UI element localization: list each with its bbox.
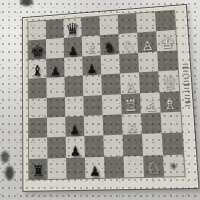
square-b5[interactable]: ♗ xyxy=(82,36,101,57)
square-e3[interactable]: ♖ xyxy=(121,93,141,114)
black-bishop-c8[interactable]: ♝ xyxy=(31,64,44,79)
square-c8[interactable]: ♝ xyxy=(29,59,47,79)
square-c4[interactable] xyxy=(101,54,120,75)
square-h6[interactable] xyxy=(66,157,85,179)
square-c7[interactable]: ♟ xyxy=(46,57,64,77)
square-c2[interactable] xyxy=(138,51,158,72)
board-frame: ♛♚♟♗♞♘♙♔♝♟♟♙♕♖♙♗♟♙♟♜♟♘◈ xyxy=(22,4,200,192)
table-smudge xyxy=(1,151,9,163)
square-a7[interactable] xyxy=(46,19,64,39)
square-a2[interactable] xyxy=(136,12,156,33)
square-f1[interactable] xyxy=(161,112,182,134)
square-g5[interactable] xyxy=(84,136,104,157)
square-e4[interactable] xyxy=(102,94,122,115)
border-brand-markings xyxy=(182,64,190,107)
square-g4[interactable] xyxy=(103,135,123,157)
chessboard-photo: ♛♚♟♗♞♘♙♔♝♟♟♙♕♖♙♗♟♙♟♜♟♘◈ xyxy=(0,0,200,200)
square-e2[interactable]: ♙ xyxy=(140,92,161,114)
white-bishop-e1[interactable]: ♗ xyxy=(163,96,178,112)
square-d6[interactable] xyxy=(64,76,83,97)
white-queen-d1[interactable]: ♕ xyxy=(160,74,177,92)
black-pawn-b6[interactable]: ♟ xyxy=(67,44,78,57)
black-pawn-g6[interactable]: ♟ xyxy=(69,144,81,158)
black-knight-b4[interactable]: ♞ xyxy=(103,40,117,55)
square-g2[interactable] xyxy=(142,133,163,155)
square-f4[interactable] xyxy=(103,114,123,135)
square-a5[interactable] xyxy=(81,17,100,37)
square-d1[interactable]: ♕ xyxy=(158,70,179,91)
white-knight-b3[interactable]: ♘ xyxy=(121,38,135,53)
square-h8[interactable]: ♜ xyxy=(29,158,48,179)
square-g6[interactable]: ♟ xyxy=(66,136,85,157)
table-smudge xyxy=(5,166,14,180)
square-b4[interactable]: ♞ xyxy=(100,34,119,55)
square-d2[interactable] xyxy=(139,71,159,92)
square-h3[interactable] xyxy=(123,155,144,177)
square-g8[interactable] xyxy=(29,138,47,159)
black-pawn-c5[interactable]: ♟ xyxy=(86,62,98,75)
black-rook-h8[interactable]: ♜ xyxy=(32,164,45,180)
square-a1[interactable] xyxy=(155,11,175,32)
square-a4[interactable] xyxy=(99,15,118,36)
square-e1[interactable]: ♗ xyxy=(159,91,180,113)
square-f5[interactable] xyxy=(84,115,104,136)
square-b2[interactable]: ♙ xyxy=(137,32,157,53)
square-b6[interactable]: ♟ xyxy=(64,37,83,57)
square-f3[interactable]: ♙ xyxy=(122,113,142,135)
white-pawn-d3[interactable]: ♙ xyxy=(124,80,136,94)
square-c1[interactable] xyxy=(157,50,178,71)
black-pawn-c7[interactable]: ♟ xyxy=(50,65,61,78)
square-a8[interactable] xyxy=(28,21,46,41)
brand-logo-icon: ◈ xyxy=(170,160,178,171)
square-e7[interactable] xyxy=(47,97,66,118)
square-g7[interactable] xyxy=(47,137,66,158)
square-a3[interactable] xyxy=(118,14,137,35)
square-e6[interactable] xyxy=(65,96,84,117)
square-c5[interactable]: ♟ xyxy=(82,55,101,76)
white-pawn-e2[interactable]: ♙ xyxy=(144,99,157,113)
square-a6[interactable]: ♛ xyxy=(63,18,81,38)
white-rook-e3[interactable]: ♖ xyxy=(124,98,138,114)
chess-board: ♛♚♟♗♞♘♙♔♝♟♟♙♕♖♙♗♟♙♟♜♟♘◈ xyxy=(28,11,184,180)
square-f8[interactable] xyxy=(29,117,47,138)
square-d8[interactable] xyxy=(29,78,47,99)
black-pawn-h5[interactable]: ♟ xyxy=(89,164,101,178)
square-b3[interactable]: ♘ xyxy=(118,33,138,54)
square-g1[interactable] xyxy=(162,133,183,155)
square-d5[interactable] xyxy=(83,75,102,96)
white-bishop-b5[interactable]: ♗ xyxy=(84,41,97,56)
table-smudge xyxy=(20,0,33,6)
square-g3[interactable] xyxy=(123,134,144,156)
black-king-b8[interactable]: ♚ xyxy=(30,43,44,60)
square-c3[interactable] xyxy=(119,53,139,74)
square-b1[interactable]: ♔ xyxy=(156,30,176,51)
white-king-b1[interactable]: ♔ xyxy=(158,34,174,52)
white-pawn-f3[interactable]: ♙ xyxy=(126,121,139,135)
square-c6[interactable] xyxy=(64,56,83,77)
square-d4[interactable] xyxy=(101,74,121,95)
square-e8[interactable] xyxy=(29,97,47,118)
square-h2[interactable]: ♘ xyxy=(143,155,164,177)
square-f7[interactable] xyxy=(47,117,66,138)
square-e5[interactable] xyxy=(83,95,102,116)
square-b8[interactable]: ♚ xyxy=(28,40,46,60)
square-h4[interactable] xyxy=(104,156,124,178)
square-h5[interactable]: ♟ xyxy=(85,157,105,179)
square-d3[interactable]: ♙ xyxy=(120,73,140,94)
square-f2[interactable] xyxy=(141,112,162,134)
white-pawn-b2[interactable]: ♙ xyxy=(141,39,153,52)
black-pawn-f6[interactable]: ♟ xyxy=(69,123,81,137)
square-b7[interactable] xyxy=(46,38,64,58)
square-f6[interactable]: ♟ xyxy=(65,116,84,137)
black-queen-a6[interactable]: ♛ xyxy=(65,21,80,38)
square-h7[interactable] xyxy=(47,158,66,179)
square-h1[interactable]: ◈ xyxy=(163,154,185,176)
square-d7[interactable] xyxy=(46,77,64,98)
white-knight-h2[interactable]: ♘ xyxy=(146,161,161,177)
